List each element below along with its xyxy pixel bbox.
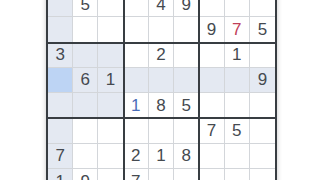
cell-r3c6[interactable]: [174, 17, 199, 42]
cell-r7c8[interactable]: 5: [225, 118, 250, 143]
cell-r4c5[interactable]: 2: [149, 43, 174, 68]
cell-r9c3[interactable]: [98, 169, 123, 180]
cell-r4c2[interactable]: [73, 43, 98, 68]
cell-r8c1[interactable]: 7: [48, 144, 73, 169]
cell-r5c5[interactable]: [149, 68, 174, 93]
cell-r6c6[interactable]: 5: [174, 93, 199, 118]
cell-r6c7[interactable]: [199, 93, 224, 118]
cell-r4c4[interactable]: [124, 43, 149, 68]
cell-r2c1[interactable]: [48, 0, 73, 17]
cell-r8c5[interactable]: 1: [149, 144, 174, 169]
cell-r2c7[interactable]: [199, 0, 224, 17]
cell-r7c5[interactable]: [149, 118, 174, 143]
cell-r4c9[interactable]: [250, 43, 275, 68]
cell-r7c3[interactable]: [98, 118, 123, 143]
cell-r7c6[interactable]: [174, 118, 199, 143]
app-screen: 549975321619185757218197: [0, 0, 320, 180]
cell-r3c3[interactable]: [98, 17, 123, 42]
cell-r2c8[interactable]: [225, 0, 250, 17]
cell-r8c2[interactable]: [73, 144, 98, 169]
cell-r3c1[interactable]: [48, 17, 73, 42]
cell-r9c5[interactable]: [149, 169, 174, 180]
cell-r9c2[interactable]: 9: [73, 169, 98, 180]
cell-r4c6[interactable]: [174, 43, 199, 68]
cell-r9c7[interactable]: [199, 169, 224, 180]
cell-r8c8[interactable]: [225, 144, 250, 169]
cell-r9c4[interactable]: 7: [124, 169, 149, 180]
cell-r9c6[interactable]: [174, 169, 199, 180]
cell-r4c7[interactable]: [199, 43, 224, 68]
cell-r8c7[interactable]: [199, 144, 224, 169]
cell-r5c7[interactable]: [199, 68, 224, 93]
cell-r9c8[interactable]: [225, 169, 250, 180]
cell-r8c9[interactable]: [250, 144, 275, 169]
cell-r6c2[interactable]: [73, 93, 98, 118]
cell-r6c4[interactable]: 1: [124, 93, 149, 118]
cell-r5c2[interactable]: 6: [73, 68, 98, 93]
cell-r4c8[interactable]: 1: [225, 43, 250, 68]
cell-r6c1[interactable]: [48, 93, 73, 118]
cell-r5c3[interactable]: 1: [98, 68, 123, 93]
cell-r5c6[interactable]: [174, 68, 199, 93]
cell-r6c9[interactable]: [250, 93, 275, 118]
cell-r3c8[interactable]: 7: [225, 17, 250, 42]
cell-r2c9[interactable]: [250, 0, 275, 17]
cell-r2c2[interactable]: 5: [73, 0, 98, 17]
cell-r2c5[interactable]: 4: [149, 0, 174, 17]
cell-r3c7[interactable]: 9: [199, 17, 224, 42]
cell-r6c3[interactable]: [98, 93, 123, 118]
cell-r7c9[interactable]: [250, 118, 275, 143]
cell-r5c1[interactable]: [48, 68, 73, 93]
cell-r2c4[interactable]: [124, 0, 149, 17]
cell-r8c4[interactable]: 2: [124, 144, 149, 169]
cell-r7c7[interactable]: 7: [199, 118, 224, 143]
sudoku-board: 549975321619185757218197: [46, 0, 277, 180]
cell-r3c4[interactable]: [124, 17, 149, 42]
cell-r5c4[interactable]: [124, 68, 149, 93]
cell-r3c5[interactable]: [149, 17, 174, 42]
cell-r2c6[interactable]: 9: [174, 0, 199, 17]
cell-r3c9[interactable]: 5: [250, 17, 275, 42]
cell-r9c1[interactable]: 1: [48, 169, 73, 180]
cell-r7c1[interactable]: [48, 118, 73, 143]
cell-r7c4[interactable]: [124, 118, 149, 143]
cell-r3c2[interactable]: [73, 17, 98, 42]
cell-r4c1[interactable]: 3: [48, 43, 73, 68]
cell-r5c8[interactable]: [225, 68, 250, 93]
cell-r8c6[interactable]: 8: [174, 144, 199, 169]
cell-r6c8[interactable]: [225, 93, 250, 118]
cell-r5c9[interactable]: 9: [250, 68, 275, 93]
cell-r4c3[interactable]: [98, 43, 123, 68]
cell-r7c2[interactable]: [73, 118, 98, 143]
cell-r9c9[interactable]: [250, 169, 275, 180]
cell-r2c3[interactable]: [98, 0, 123, 17]
cell-r6c5[interactable]: 8: [149, 93, 174, 118]
cell-r8c3[interactable]: [98, 144, 123, 169]
